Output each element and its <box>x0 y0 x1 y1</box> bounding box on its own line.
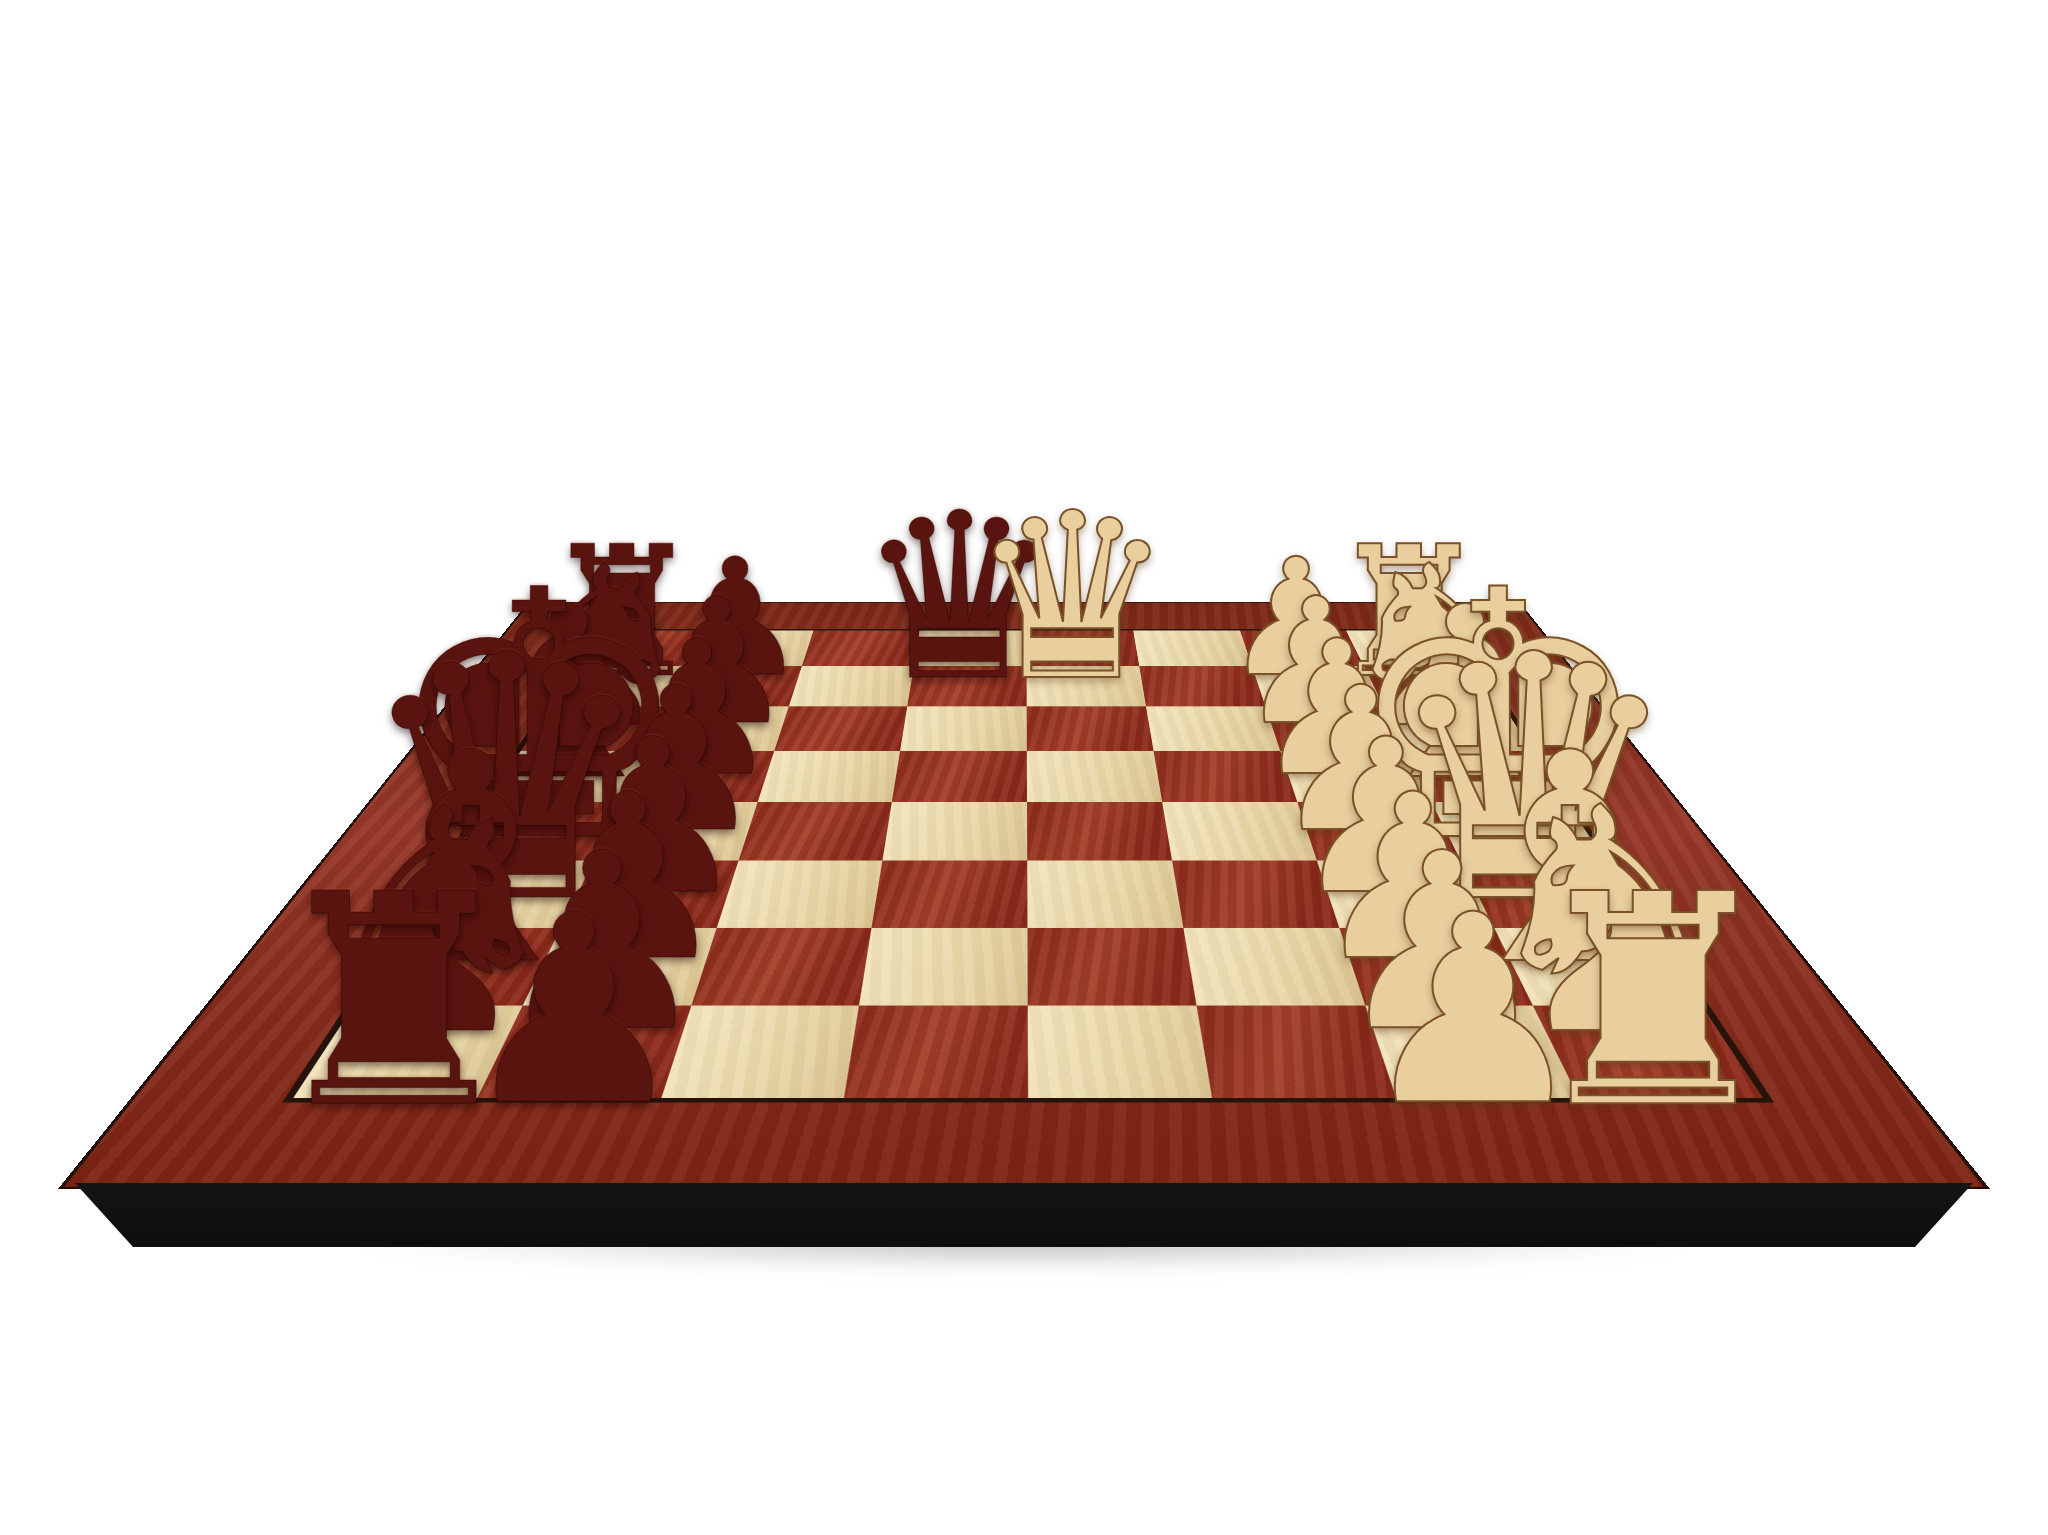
black-pawn-d7: ♟ <box>547 711 760 924</box>
black-queen-h5-spare: ♛ <box>844 483 1074 713</box>
black-bishop-f8: ♝ <box>451 576 688 813</box>
black-pawn-a7: ♟ <box>444 881 705 1142</box>
white-pawn-e2: ♟ <box>1262 661 1461 860</box>
white-knight-b1: ♞ <box>1455 767 1766 1078</box>
white-queen-d1: ♛ <box>1364 611 1702 949</box>
black-queen-d8: ♛ <box>337 611 675 949</box>
white-pawn-d2: ♟ <box>1280 711 1493 924</box>
white-bishop-f1: ♝ <box>1347 576 1584 813</box>
black-pawn-g7: ♟ <box>630 575 804 749</box>
white-pawn-b2: ♟ <box>1320 821 1564 1065</box>
white-king-e1: ♚ <box>1327 546 1670 889</box>
white-knight-g1: ♞ <box>1325 536 1547 758</box>
black-king-e8: ♚ <box>368 546 711 889</box>
white-pawn-a2: ♟ <box>1343 881 1604 1142</box>
white-pawn-c2: ♟ <box>1299 764 1527 992</box>
black-pawn-f7: ♟ <box>604 616 790 802</box>
white-rook-a1: ♜ <box>1507 856 1799 1148</box>
chess-set-product-photo: Overhead-angle product photo of a wooden… <box>0 0 2048 1535</box>
white-pawn-f2: ♟ <box>1244 616 1430 802</box>
black-pawn-b7: ♟ <box>480 821 724 1065</box>
white-bishop-c1: ♝ <box>1425 715 1715 1005</box>
black-pawn-c7: ♟ <box>514 764 742 992</box>
black-pawn-h7: ♟ <box>654 537 816 699</box>
black-rook-a8: ♜ <box>248 856 540 1148</box>
black-knight-b8: ♞ <box>279 767 590 1078</box>
white-pawn-g2: ♟ <box>1229 575 1403 749</box>
black-pawn-e7: ♟ <box>577 661 776 860</box>
black-rook-h8: ♜ <box>532 522 713 703</box>
black-knight-g8: ♞ <box>486 536 708 758</box>
white-queen-h4-spare: ♛ <box>957 483 1187 713</box>
white-pawn-h2: ♟ <box>1215 537 1377 699</box>
pieces-layer: ♜♞♝♛♚♝♞♜♟♟♟♟♟♟♟♟♛♜♞♝♛♚♝♞♜♟♟♟♟♟♟♟♟♛ <box>0 0 2048 1535</box>
black-bishop-c8: ♝ <box>326 715 616 1005</box>
white-rook-h1: ♜ <box>1319 522 1500 703</box>
